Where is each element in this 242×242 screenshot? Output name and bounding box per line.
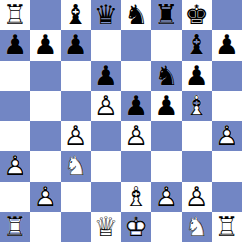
piece-glyph: ♝: [61, 0, 91, 30]
square-b1[interactable]: [30, 212, 60, 242]
square-c7[interactable]: ♟: [61, 30, 91, 60]
square-f4[interactable]: [151, 121, 181, 151]
piece-glyph: ♝: [182, 30, 212, 60]
square-f1[interactable]: [151, 212, 181, 242]
square-b8[interactable]: [30, 0, 60, 30]
square-g5[interactable]: ♝♗: [182, 91, 212, 121]
square-a8[interactable]: ♜♖: [0, 0, 30, 30]
square-b2[interactable]: ♟♙: [30, 182, 60, 212]
white-pawn-icon: ♟♙: [91, 91, 121, 121]
piece-outline: ♙: [151, 182, 181, 212]
square-d6[interactable]: ♟: [91, 61, 121, 91]
square-e6[interactable]: [121, 61, 151, 91]
square-h5[interactable]: [212, 91, 242, 121]
square-c2[interactable]: [61, 182, 91, 212]
piece-glyph: ♟: [151, 91, 181, 121]
piece-glyph: ♛: [91, 0, 121, 30]
piece-outline: ♔: [121, 212, 151, 242]
piece-outline: ♖: [0, 212, 30, 242]
black-knight-icon: ♞: [151, 61, 181, 91]
piece-glyph: ♜: [151, 0, 181, 30]
square-b5[interactable]: [30, 91, 60, 121]
square-f8[interactable]: ♜: [151, 0, 181, 30]
white-rook-icon: ♜♖: [0, 0, 30, 30]
square-d5[interactable]: ♟♙: [91, 91, 121, 121]
white-knight-icon: ♞♘: [61, 151, 91, 181]
black-king-icon: ♚: [182, 0, 212, 30]
square-e3[interactable]: [121, 151, 151, 181]
white-pawn-icon: ♟♙: [0, 151, 30, 181]
square-d3[interactable]: [91, 151, 121, 181]
white-rook-icon: ♜♖: [212, 212, 242, 242]
piece-outline: ♙: [212, 121, 242, 151]
square-e8[interactable]: ♞: [121, 0, 151, 30]
square-d1[interactable]: ♛♕: [91, 212, 121, 242]
square-g4[interactable]: [182, 121, 212, 151]
white-bishop-icon: ♝♗: [182, 91, 212, 121]
white-bishop-icon: ♝♗: [121, 182, 151, 212]
white-pawn-icon: ♟♙: [212, 121, 242, 151]
white-pawn-icon: ♟♙: [121, 121, 151, 151]
square-g3[interactable]: [182, 151, 212, 181]
piece-glyph: ♟: [121, 91, 151, 121]
square-e5[interactable]: ♟: [121, 91, 151, 121]
square-c6[interactable]: [61, 61, 91, 91]
square-b4[interactable]: [30, 121, 60, 151]
piece-glyph: ♟: [91, 61, 121, 91]
square-e2[interactable]: ♝♗: [121, 182, 151, 212]
square-a4[interactable]: [0, 121, 30, 151]
square-d2[interactable]: [91, 182, 121, 212]
square-c3[interactable]: ♞♘: [61, 151, 91, 181]
black-bishop-icon: ♝: [182, 30, 212, 60]
square-d4[interactable]: [91, 121, 121, 151]
black-pawn-icon: ♟: [0, 30, 30, 60]
square-d8[interactable]: ♛: [91, 0, 121, 30]
white-king-icon: ♚♔: [121, 212, 151, 242]
piece-outline: ♙: [61, 121, 91, 151]
square-f3[interactable]: [151, 151, 181, 181]
piece-glyph: ♟: [61, 30, 91, 60]
black-pawn-icon: ♟: [30, 30, 60, 60]
black-queen-icon: ♛: [91, 0, 121, 30]
piece-outline: ♘: [182, 212, 212, 242]
piece-outline: ♙: [182, 182, 212, 212]
black-bishop-icon: ♝: [61, 0, 91, 30]
square-e4[interactable]: ♟♙: [121, 121, 151, 151]
square-d7[interactable]: [91, 30, 121, 60]
black-pawn-icon: ♟: [91, 61, 121, 91]
square-f7[interactable]: [151, 30, 181, 60]
white-pawn-icon: ♟♙: [182, 182, 212, 212]
piece-glyph: ♟: [30, 30, 60, 60]
square-f5[interactable]: ♟: [151, 91, 181, 121]
square-b3[interactable]: [30, 151, 60, 181]
piece-outline: ♙: [30, 182, 60, 212]
piece-outline: ♙: [121, 121, 151, 151]
square-g8[interactable]: ♚: [182, 0, 212, 30]
square-h3[interactable]: [212, 151, 242, 181]
square-a5[interactable]: [0, 91, 30, 121]
square-c1[interactable]: [61, 212, 91, 242]
square-b7[interactable]: ♟: [30, 30, 60, 60]
black-pawn-icon: ♟: [182, 61, 212, 91]
piece-glyph: ♞: [121, 0, 151, 30]
black-knight-icon: ♞: [121, 0, 151, 30]
square-f2[interactable]: ♟♙: [151, 182, 181, 212]
square-h7[interactable]: ♟: [212, 30, 242, 60]
square-h4[interactable]: ♟♙: [212, 121, 242, 151]
square-c4[interactable]: ♟♙: [61, 121, 91, 151]
piece-glyph: ♟: [212, 30, 242, 60]
square-g7[interactable]: ♝: [182, 30, 212, 60]
piece-outline: ♖: [212, 212, 242, 242]
square-g6[interactable]: ♟: [182, 61, 212, 91]
piece-outline: ♗: [121, 182, 151, 212]
piece-glyph: ♟: [182, 61, 212, 91]
piece-glyph: ♟: [0, 30, 30, 60]
black-pawn-icon: ♟: [151, 91, 181, 121]
square-a7[interactable]: ♟: [0, 30, 30, 60]
piece-outline: ♗: [182, 91, 212, 121]
black-pawn-icon: ♟: [212, 30, 242, 60]
square-e1[interactable]: ♚♔: [121, 212, 151, 242]
square-a3[interactable]: ♟♙: [0, 151, 30, 181]
black-pawn-icon: ♟: [121, 91, 151, 121]
square-g2[interactable]: ♟♙: [182, 182, 212, 212]
square-e7[interactable]: [121, 30, 151, 60]
square-h1[interactable]: ♜♖: [212, 212, 242, 242]
square-g1[interactable]: ♞♘: [182, 212, 212, 242]
piece-outline: ♘: [61, 151, 91, 181]
square-f6[interactable]: ♞: [151, 61, 181, 91]
white-pawn-icon: ♟♙: [61, 121, 91, 151]
chess-board: ♜♖♝♛♞♜♚♟♟♟♝♟♟♞♟♟♙♟♟♝♗♟♙♟♙♟♙♟♙♞♘♟♙♝♗♟♙♟♙♜…: [0, 0, 242, 242]
square-h6[interactable]: [212, 61, 242, 91]
piece-glyph: ♚: [182, 0, 212, 30]
square-a1[interactable]: ♜♖: [0, 212, 30, 242]
square-c5[interactable]: [61, 91, 91, 121]
white-knight-icon: ♞♘: [182, 212, 212, 242]
black-pawn-icon: ♟: [61, 30, 91, 60]
white-pawn-icon: ♟♙: [30, 182, 60, 212]
square-a2[interactable]: [0, 182, 30, 212]
piece-outline: ♙: [0, 151, 30, 181]
black-rook-icon: ♜: [151, 0, 181, 30]
piece-outline: ♙: [91, 91, 121, 121]
white-rook-icon: ♜♖: [0, 212, 30, 242]
piece-outline: ♕: [91, 212, 121, 242]
square-h8[interactable]: [212, 0, 242, 30]
piece-glyph: ♞: [151, 61, 181, 91]
square-a6[interactable]: [0, 61, 30, 91]
white-pawn-icon: ♟♙: [151, 182, 181, 212]
square-c8[interactable]: ♝: [61, 0, 91, 30]
white-queen-icon: ♛♕: [91, 212, 121, 242]
square-b6[interactable]: [30, 61, 60, 91]
piece-outline: ♖: [0, 0, 30, 30]
square-h2[interactable]: [212, 182, 242, 212]
